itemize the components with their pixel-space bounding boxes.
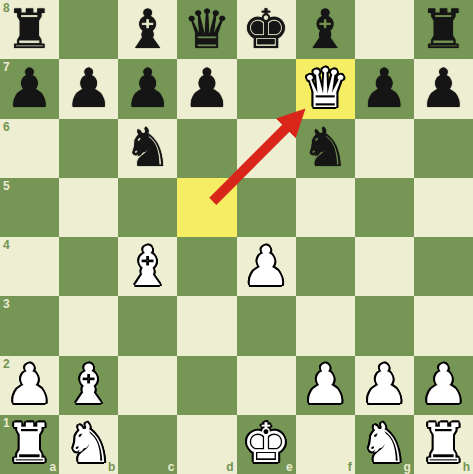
piece-white-pawn[interactable]: ♟ <box>360 358 408 412</box>
square-e5[interactable] <box>237 178 296 237</box>
square-a1[interactable]: 1a♜ <box>0 415 59 474</box>
piece-black-pawn[interactable]: ♟ <box>419 62 467 116</box>
square-b3[interactable] <box>59 296 118 355</box>
square-e7[interactable] <box>237 59 296 118</box>
square-e1[interactable]: e♚ <box>237 415 296 474</box>
piece-black-pawn[interactable]: ♟ <box>183 62 231 116</box>
square-b5[interactable] <box>59 178 118 237</box>
piece-black-pawn[interactable]: ♟ <box>5 62 53 116</box>
square-h6[interactable] <box>414 119 473 178</box>
square-e4[interactable]: ♟ <box>237 237 296 296</box>
square-h2[interactable]: ♟ <box>414 356 473 415</box>
piece-black-pawn[interactable]: ♟ <box>64 62 112 116</box>
square-b1[interactable]: b♞ <box>59 415 118 474</box>
piece-black-pawn[interactable]: ♟ <box>360 62 408 116</box>
square-f5[interactable] <box>296 178 355 237</box>
file-label-d: d <box>226 461 233 473</box>
square-g2[interactable]: ♟ <box>355 356 414 415</box>
rank-label-6: 6 <box>3 121 10 133</box>
square-d3[interactable] <box>177 296 236 355</box>
square-h5[interactable] <box>414 178 473 237</box>
square-b4[interactable] <box>59 237 118 296</box>
square-d7[interactable]: ♟ <box>177 59 236 118</box>
square-g1[interactable]: g♞ <box>355 415 414 474</box>
square-g8[interactable] <box>355 0 414 59</box>
square-a5[interactable]: 5 <box>0 178 59 237</box>
square-h4[interactable] <box>414 237 473 296</box>
square-a7[interactable]: 7♟ <box>0 59 59 118</box>
piece-black-king[interactable]: ♚ <box>242 3 290 57</box>
square-g3[interactable] <box>355 296 414 355</box>
square-a2[interactable]: 2♟ <box>0 356 59 415</box>
piece-black-pawn[interactable]: ♟ <box>124 62 172 116</box>
square-d8[interactable]: ♛ <box>177 0 236 59</box>
square-a8[interactable]: 8♜ <box>0 0 59 59</box>
chess-board-wrap: 8♜♝♛♚♝♜7♟♟♟♟♛♟♟6♞♞54♝♟32♟♝♟♟♟1a♜b♞cde♚fg… <box>0 0 473 474</box>
piece-black-bishop[interactable]: ♝ <box>124 3 172 57</box>
piece-black-bishop[interactable]: ♝ <box>301 3 349 57</box>
square-e6[interactable] <box>237 119 296 178</box>
square-f8[interactable]: ♝ <box>296 0 355 59</box>
square-g5[interactable] <box>355 178 414 237</box>
piece-white-rook[interactable]: ♜ <box>419 417 467 471</box>
piece-white-knight[interactable]: ♞ <box>360 417 408 471</box>
square-b6[interactable] <box>59 119 118 178</box>
square-h8[interactable]: ♜ <box>414 0 473 59</box>
piece-black-rook[interactable]: ♜ <box>5 3 53 57</box>
square-h3[interactable] <box>414 296 473 355</box>
square-g4[interactable] <box>355 237 414 296</box>
piece-white-bishop[interactable]: ♝ <box>124 240 172 294</box>
piece-black-knight[interactable]: ♞ <box>124 121 172 175</box>
square-a3[interactable]: 3 <box>0 296 59 355</box>
piece-black-queen[interactable]: ♛ <box>183 3 231 57</box>
square-c1[interactable]: c <box>118 415 177 474</box>
piece-white-knight[interactable]: ♞ <box>64 417 112 471</box>
square-g7[interactable]: ♟ <box>355 59 414 118</box>
rank-label-5: 5 <box>3 180 10 192</box>
square-d1[interactable]: d <box>177 415 236 474</box>
piece-white-rook[interactable]: ♜ <box>5 417 53 471</box>
rank-label-4: 4 <box>3 239 10 251</box>
square-a4[interactable]: 4 <box>0 237 59 296</box>
square-c2[interactable] <box>118 356 177 415</box>
square-g6[interactable] <box>355 119 414 178</box>
piece-black-knight[interactable]: ♞ <box>301 121 349 175</box>
square-h1[interactable]: h♜ <box>414 415 473 474</box>
square-d6[interactable] <box>177 119 236 178</box>
piece-white-pawn[interactable]: ♟ <box>242 240 290 294</box>
square-c4[interactable]: ♝ <box>118 237 177 296</box>
piece-white-queen[interactable]: ♛ <box>301 62 349 116</box>
piece-white-king[interactable]: ♚ <box>242 417 290 471</box>
square-d2[interactable] <box>177 356 236 415</box>
square-b8[interactable] <box>59 0 118 59</box>
square-f2[interactable]: ♟ <box>296 356 355 415</box>
file-label-f: f <box>348 461 352 473</box>
square-f7[interactable]: ♛ <box>296 59 355 118</box>
chess-board: 8♜♝♛♚♝♜7♟♟♟♟♛♟♟6♞♞54♝♟32♟♝♟♟♟1a♜b♞cde♚fg… <box>0 0 473 474</box>
square-f3[interactable] <box>296 296 355 355</box>
file-label-c: c <box>168 461 175 473</box>
square-d4[interactable] <box>177 237 236 296</box>
square-c5[interactable] <box>118 178 177 237</box>
square-f4[interactable] <box>296 237 355 296</box>
square-c3[interactable] <box>118 296 177 355</box>
rank-label-3: 3 <box>3 298 10 310</box>
square-f1[interactable]: f <box>296 415 355 474</box>
square-e8[interactable]: ♚ <box>237 0 296 59</box>
square-c6[interactable]: ♞ <box>118 119 177 178</box>
square-f6[interactable]: ♞ <box>296 119 355 178</box>
square-d5[interactable] <box>177 178 236 237</box>
piece-white-pawn[interactable]: ♟ <box>5 358 53 412</box>
piece-white-bishop[interactable]: ♝ <box>64 358 112 412</box>
square-b7[interactable]: ♟ <box>59 59 118 118</box>
piece-white-pawn[interactable]: ♟ <box>301 358 349 412</box>
square-h7[interactable]: ♟ <box>414 59 473 118</box>
square-e3[interactable] <box>237 296 296 355</box>
square-c7[interactable]: ♟ <box>118 59 177 118</box>
square-b2[interactable]: ♝ <box>59 356 118 415</box>
square-e2[interactable] <box>237 356 296 415</box>
square-a6[interactable]: 6 <box>0 119 59 178</box>
square-c8[interactable]: ♝ <box>118 0 177 59</box>
piece-white-pawn[interactable]: ♟ <box>419 358 467 412</box>
piece-black-rook[interactable]: ♜ <box>419 3 467 57</box>
